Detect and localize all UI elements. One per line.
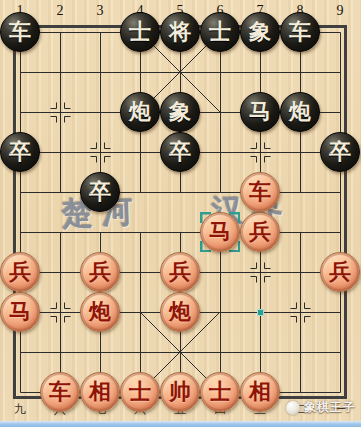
piece-black-soldier[interactable]: 卒 bbox=[80, 172, 120, 212]
piece-black-cannon[interactable]: 炮 bbox=[120, 92, 160, 132]
piece-black-general[interactable]: 将 bbox=[160, 12, 200, 52]
piece-black-elephant[interactable]: 象 bbox=[240, 12, 280, 52]
piece-red-cannon[interactable]: 炮 bbox=[160, 292, 200, 332]
piece-red-chariot[interactable]: 车 bbox=[240, 172, 280, 212]
piece-red-advisor[interactable]: 士 bbox=[120, 372, 160, 412]
piece-red-chariot[interactable]: 车 bbox=[40, 372, 80, 412]
piece-black-soldier[interactable]: 卒 bbox=[0, 132, 40, 172]
piece-black-soldier[interactable]: 卒 bbox=[320, 132, 360, 172]
piece-black-advisor[interactable]: 士 bbox=[120, 12, 160, 52]
bottom-strip bbox=[0, 421, 361, 427]
piece-red-elephant[interactable]: 相 bbox=[240, 372, 280, 412]
watermark-text: 象棋王子 bbox=[304, 399, 356, 416]
piece-black-cannon[interactable]: 炮 bbox=[280, 92, 320, 132]
piece-black-horse[interactable]: 马 bbox=[240, 92, 280, 132]
last-move-origin-marker bbox=[257, 309, 264, 316]
piece-black-chariot[interactable]: 车 bbox=[0, 12, 40, 52]
piece-red-soldier[interactable]: 兵 bbox=[320, 252, 360, 292]
xiangqi-board-screenshot: 楚河 汉界 123456789 九八七六五四三二一 车士将士象车炮象马炮卒卒卒卒… bbox=[0, 0, 361, 427]
watermark: 象棋王子 bbox=[286, 399, 356, 416]
piece-red-horse[interactable]: 马 bbox=[0, 292, 40, 332]
piece-red-soldier[interactable]: 兵 bbox=[80, 252, 120, 292]
piece-red-soldier[interactable]: 兵 bbox=[160, 252, 200, 292]
piece-red-soldier[interactable]: 兵 bbox=[240, 212, 280, 252]
piece-black-advisor[interactable]: 士 bbox=[200, 12, 240, 52]
piece-red-advisor[interactable]: 士 bbox=[200, 372, 240, 412]
piece-black-elephant[interactable]: 象 bbox=[160, 92, 200, 132]
piece-black-soldier[interactable]: 卒 bbox=[160, 132, 200, 172]
piece-red-soldier[interactable]: 兵 bbox=[0, 252, 40, 292]
watermark-logo-icon bbox=[286, 401, 300, 415]
piece-black-chariot[interactable]: 车 bbox=[280, 12, 320, 52]
piece-red-elephant[interactable]: 相 bbox=[80, 372, 120, 412]
piece-red-cannon[interactable]: 炮 bbox=[80, 292, 120, 332]
piece-layer[interactable]: 车士将士象车炮象马炮卒卒卒卒车马兵兵兵兵兵马炮炮车相士帅士相 bbox=[0, 12, 360, 412]
piece-red-horse[interactable]: 马 bbox=[200, 212, 240, 252]
piece-red-general[interactable]: 帅 bbox=[160, 372, 200, 412]
